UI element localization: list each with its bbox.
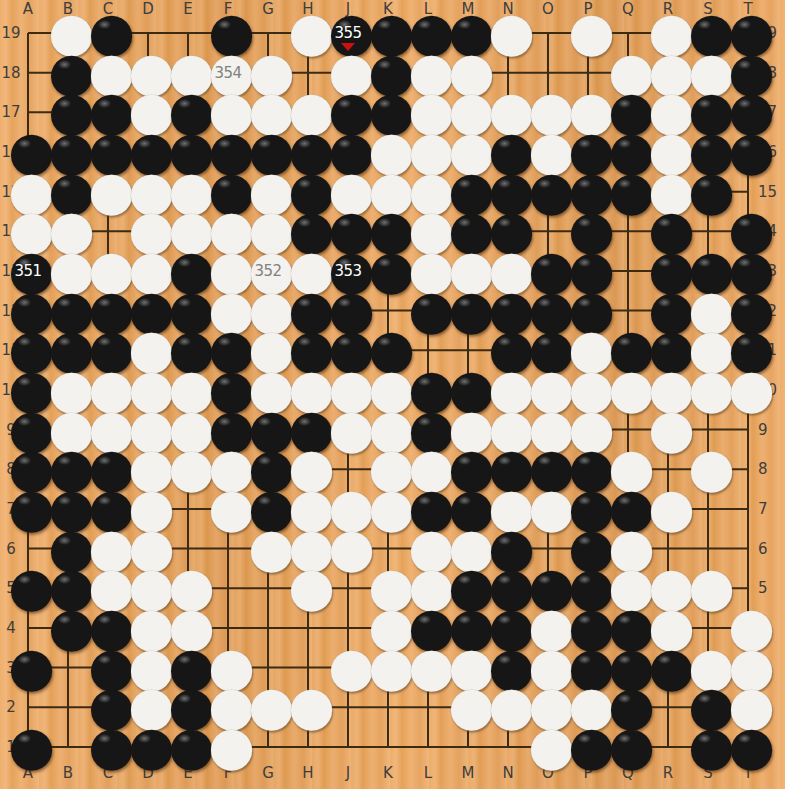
white-stone-glyph: ● [208,727,248,767]
stone-black-A1[interactable]: ● [8,727,48,767]
stone-white-L3[interactable]: ● [408,648,448,688]
coord-bottom-N: N [488,764,528,782]
stone-black-A7[interactable]: ● [8,489,48,529]
coord-left-19: 19 [0,24,22,42]
white-stone-glyph: ● [408,648,448,688]
black-stone-glyph: ● [88,727,128,767]
stone-white-M2[interactable]: ● [448,687,488,727]
stone-white-H5[interactable]: ● [288,568,328,608]
white-stone-glyph: ● [488,687,528,727]
white-stone-glyph: ● [248,529,288,569]
coord-right-6: 6 [758,540,784,558]
stone-white-P19[interactable]: ● [568,13,608,53]
stone-black-A3[interactable]: ● [8,648,48,688]
coord-bottom-J: J [328,764,368,782]
coord-right-8: 8 [758,460,784,478]
coord-top-E: E [168,0,208,18]
stone-black-C1[interactable]: ● [88,727,128,767]
white-stone-glyph: ● [728,370,768,410]
stone-white-F1[interactable]: ● [208,727,248,767]
coord-top-A: A [8,0,48,18]
stone-white-F7[interactable]: ● [208,489,248,529]
stone-white-T10[interactable]: ● [728,370,768,410]
stone-black-T1[interactable]: ● [728,727,768,767]
coord-bottom-K: K [368,764,408,782]
black-stone-glyph: ● [8,648,48,688]
white-stone-glyph: ● [288,687,328,727]
coord-right-9: 9 [758,421,784,439]
white-stone-glyph: ● [568,13,608,53]
stone-black-E1[interactable]: ● [168,727,208,767]
black-stone-glyph: ● [608,727,648,767]
stone-white-K3[interactable]: ● [368,648,408,688]
stone-black-D1[interactable]: ● [128,727,168,767]
white-stone-glyph: ● [368,648,408,688]
stone-white-H2[interactable]: ● [288,687,328,727]
stone-black-S1[interactable]: ● [688,727,728,767]
coord-right-7: 7 [758,500,784,518]
black-stone-glyph: ● [8,489,48,529]
coord-bottom-H: H [288,764,328,782]
stone-white-N2[interactable]: ● [488,687,528,727]
coord-left-18: 18 [0,64,22,82]
white-stone-glyph: ● [208,489,248,529]
stone-black-P1[interactable]: ● [568,727,608,767]
black-stone-glyph: ● [728,727,768,767]
coord-bottom-M: M [448,764,488,782]
stone-black-M12[interactable]: ● [448,291,488,331]
white-stone-glyph: ● [528,727,568,767]
stone-black-A5[interactable]: ● [8,568,48,608]
black-stone-glyph: ● [568,727,608,767]
stone-white-O1[interactable]: ● [528,727,568,767]
coord-bottom-L: L [408,764,448,782]
stone-black-Q1[interactable]: ● [608,727,648,767]
go-board[interactable]: AABBCCDDEEFFGGHHJJKKLLMMNNOOPPQQRRSSTT19… [0,0,785,789]
black-stone-glyph: ● [448,291,488,331]
black-stone-glyph: ● [168,727,208,767]
black-stone-glyph: ● [128,727,168,767]
white-stone-glyph: ● [448,687,488,727]
black-stone-glyph: ● [688,727,728,767]
stone-white-G6[interactable]: ● [248,529,288,569]
black-stone-glyph: ● [8,568,48,608]
white-stone-glyph: ● [288,568,328,608]
black-stone-glyph: ● [8,727,48,767]
